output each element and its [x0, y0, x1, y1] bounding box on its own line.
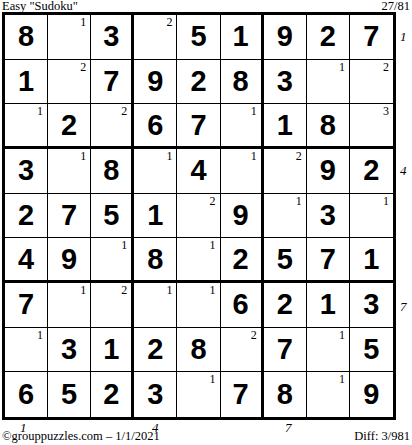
cell-r3c3[interactable]: 2: [91, 104, 134, 149]
given-digit: 8: [277, 380, 293, 409]
cell-r9c6[interactable]: 7: [221, 372, 264, 417]
cell-r2c2[interactable]: 2: [48, 60, 91, 105]
cell-r4c5[interactable]: 4: [177, 149, 220, 194]
given-digit: 2: [18, 201, 34, 230]
cell-r4c1[interactable]: 3: [5, 149, 48, 194]
given-digit: 9: [277, 22, 293, 51]
pencil-mark: 2: [251, 329, 257, 341]
cell-r6c2[interactable]: 9: [48, 238, 91, 283]
cell-r1c3[interactable]: 3: [91, 15, 134, 60]
cell-r6c8[interactable]: 7: [307, 238, 350, 283]
pencil-mark: 1: [166, 150, 172, 162]
given-digit: 2: [320, 22, 336, 51]
given-digit: 5: [190, 22, 206, 51]
given-digit: 9: [233, 201, 249, 230]
cell-r9c8[interactable]: 1: [307, 372, 350, 417]
cell-r8c9[interactable]: 5: [350, 328, 393, 373]
difficulty-text: Diff: 3/981: [354, 430, 410, 443]
pencil-mark: 3: [383, 105, 389, 117]
footer: ©grouppuzzles.com – 1/1/2021 Diff: 3/981: [2, 430, 410, 444]
given-digit: 6: [233, 290, 249, 319]
given-digit: 6: [147, 111, 163, 140]
given-digit: 1: [147, 201, 163, 230]
given-digit: 1: [363, 245, 379, 274]
cell-r4c6[interactable]: 1: [221, 149, 264, 194]
cell-r8c4[interactable]: 2: [134, 328, 177, 373]
cell-r8c8[interactable]: 1: [307, 328, 350, 373]
given-digit: 1: [320, 290, 336, 319]
page-title: Easy "Sudoku": [2, 0, 78, 12]
cell-r7c5[interactable]: 1: [177, 283, 220, 328]
cell-r5c7[interactable]: 1: [264, 194, 307, 239]
pencil-mark: 1: [296, 195, 302, 207]
cell-r8c7[interactable]: 7: [264, 328, 307, 373]
cell-r4c7[interactable]: 2: [264, 149, 307, 194]
cell-r3c9[interactable]: 3: [350, 104, 393, 149]
cell-r2c4[interactable]: 9: [134, 60, 177, 105]
cell-r5c5[interactable]: 2: [177, 194, 220, 239]
cell-r2c1[interactable]: 1: [5, 60, 48, 105]
sudoku-grid[interactable]: 8132519271279283121226711833181412922751…: [2, 12, 396, 420]
given-digit: 7: [103, 67, 119, 96]
cell-r2c8[interactable]: 1: [307, 60, 350, 105]
given-digit: 1: [233, 22, 249, 51]
cell-r5c3[interactable]: 5: [91, 194, 134, 239]
given-digit: 3: [18, 156, 34, 185]
row-band-label-1: 1: [400, 30, 412, 44]
given-digit: 7: [363, 22, 379, 51]
cell-r9c9[interactable]: 9: [350, 372, 393, 417]
cell-r7c3[interactable]: 2: [91, 283, 134, 328]
cell-r1c6[interactable]: 1: [221, 15, 264, 60]
pencil-mark: 1: [80, 16, 86, 28]
cell-r3c2[interactable]: 2: [48, 104, 91, 149]
given-digit: 2: [103, 380, 119, 409]
cell-r8c5[interactable]: 8: [177, 328, 220, 373]
cell-r4c8[interactable]: 9: [307, 149, 350, 194]
given-digit: 8: [147, 245, 163, 274]
pencil-mark: 1: [80, 150, 86, 162]
cell-r9c1[interactable]: 6: [5, 372, 48, 417]
given-digit: 8: [18, 22, 34, 51]
cell-r6c1[interactable]: 4: [5, 238, 48, 283]
cell-r5c1[interactable]: 2: [5, 194, 48, 239]
cell-r1c4[interactable]: 2: [134, 15, 177, 60]
row-band-label-4: 4: [400, 164, 412, 178]
cell-r3c1[interactable]: 1: [5, 104, 48, 149]
given-digit: 8: [233, 67, 249, 96]
given-digit: 3: [147, 380, 163, 409]
cell-r7c8[interactable]: 1: [307, 283, 350, 328]
cell-r5c8[interactable]: 3: [307, 194, 350, 239]
cell-r1c1[interactable]: 8: [5, 15, 48, 60]
cell-r9c4[interactable]: 3: [134, 372, 177, 417]
cell-r3c8[interactable]: 8: [307, 104, 350, 149]
given-digit: 7: [233, 380, 249, 409]
given-digit: 5: [277, 245, 293, 274]
cell-r7c2[interactable]: 1: [48, 283, 91, 328]
pencil-mark: 2: [166, 16, 172, 28]
cell-r3c7[interactable]: 1: [264, 104, 307, 149]
cell-r9c7[interactable]: 8: [264, 372, 307, 417]
cell-r7c1[interactable]: 7: [5, 283, 48, 328]
cell-r8c6[interactable]: 2: [221, 328, 264, 373]
given-digit: 3: [103, 22, 119, 51]
cell-r7c7[interactable]: 2: [264, 283, 307, 328]
given-digit: 4: [18, 245, 34, 274]
given-digit: 2: [233, 245, 249, 274]
given-digit: 2: [190, 67, 206, 96]
pencil-mark: 2: [121, 284, 127, 296]
cell-r1c9[interactable]: 7: [350, 15, 393, 60]
pencil-mark: 1: [210, 373, 216, 385]
pencil-mark: 2: [121, 105, 127, 117]
pencil-mark: 2: [80, 61, 86, 73]
pencil-mark: 1: [80, 284, 86, 296]
sudoku-page: Easy "Sudoku" 27/81 81325192712792831212…: [0, 0, 412, 445]
cell-r9c2[interactable]: 5: [48, 372, 91, 417]
cell-r2c7[interactable]: 3: [264, 60, 307, 105]
pencil-mark: 1: [383, 195, 389, 207]
cell-r5c2[interactable]: 7: [48, 194, 91, 239]
pencil-mark: 2: [383, 61, 389, 73]
cell-r4c9[interactable]: 2: [350, 149, 393, 194]
cell-r3c4[interactable]: 6: [134, 104, 177, 149]
given-digit: 3: [61, 335, 77, 364]
pencil-mark: 2: [296, 150, 302, 162]
given-digit: 2: [61, 111, 77, 140]
pencil-mark: 1: [210, 284, 216, 296]
cell-r2c9[interactable]: 2: [350, 60, 393, 105]
given-digit: 2: [147, 335, 163, 364]
given-digit: 7: [61, 201, 77, 230]
cell-r7c6[interactable]: 6: [221, 283, 264, 328]
given-digit: 1: [18, 67, 34, 96]
pencil-mark: 1: [339, 329, 345, 341]
remaining-counter: 27/81: [382, 0, 410, 12]
cell-r3c5[interactable]: 7: [177, 104, 220, 149]
pencil-mark: 1: [37, 105, 43, 117]
pencil-mark: 1: [251, 150, 257, 162]
cell-r3c6[interactable]: 1: [221, 104, 264, 149]
pencil-mark: 1: [121, 239, 127, 251]
given-digit: 3: [320, 201, 336, 230]
cell-r2c3[interactable]: 7: [91, 60, 134, 105]
given-digit: 8: [320, 111, 336, 140]
given-digit: 2: [277, 290, 293, 319]
given-digit: 7: [18, 290, 34, 319]
cell-r8c3[interactable]: 1: [91, 328, 134, 373]
cell-r6c4[interactable]: 8: [134, 238, 177, 283]
cell-r6c7[interactable]: 5: [264, 238, 307, 283]
cell-r2c5[interactable]: 2: [177, 60, 220, 105]
cell-r4c3[interactable]: 8: [91, 149, 134, 194]
cell-r6c9[interactable]: 1: [350, 238, 393, 283]
cell-r9c5[interactable]: 1: [177, 372, 220, 417]
given-digit: 2: [363, 156, 379, 185]
cell-r4c4[interactable]: 1: [134, 149, 177, 194]
cell-r1c2[interactable]: 1: [48, 15, 91, 60]
given-digit: 3: [363, 290, 379, 319]
header: Easy "Sudoku" 27/81: [2, 0, 410, 12]
cell-r6c5[interactable]: 1: [177, 238, 220, 283]
given-digit: 6: [18, 380, 34, 409]
pencil-mark: 1: [251, 105, 257, 117]
pencil-mark: 1: [166, 284, 172, 296]
given-digit: 5: [61, 380, 77, 409]
pencil-mark: 1: [339, 61, 345, 73]
given-digit: 9: [147, 67, 163, 96]
cell-r8c2[interactable]: 3: [48, 328, 91, 373]
cell-r5c9[interactable]: 1: [350, 194, 393, 239]
given-digit: 5: [363, 335, 379, 364]
cell-r1c8[interactable]: 2: [307, 15, 350, 60]
given-digit: 9: [363, 380, 379, 409]
given-digit: 4: [190, 156, 206, 185]
given-digit: 7: [320, 245, 336, 274]
cell-r6c6[interactable]: 2: [221, 238, 264, 283]
cell-r2c6[interactable]: 8: [221, 60, 264, 105]
cell-r7c9[interactable]: 3: [350, 283, 393, 328]
given-digit: 8: [103, 156, 119, 185]
given-digit: 7: [277, 335, 293, 364]
given-digit: 9: [61, 245, 77, 274]
given-digit: 5: [103, 201, 119, 230]
given-digit: 7: [190, 111, 206, 140]
cell-r5c6[interactable]: 9: [221, 194, 264, 239]
pencil-mark: 2: [210, 195, 216, 207]
given-digit: 3: [277, 67, 293, 96]
given-digit: 1: [103, 335, 119, 364]
cell-r1c7[interactable]: 9: [264, 15, 307, 60]
pencil-mark: 1: [339, 373, 345, 385]
row-band-label-7: 7: [400, 300, 412, 314]
pencil-mark: 1: [210, 239, 216, 251]
cell-r5c4[interactable]: 1: [134, 194, 177, 239]
cell-r8c1[interactable]: 1: [5, 328, 48, 373]
cell-r7c4[interactable]: 1: [134, 283, 177, 328]
cell-r4c2[interactable]: 1: [48, 149, 91, 194]
copyright-text: ©grouppuzzles.com – 1/1/2021: [2, 430, 160, 443]
given-digit: 8: [190, 335, 206, 364]
cell-r9c3[interactable]: 2: [91, 372, 134, 417]
given-digit: 9: [320, 156, 336, 185]
given-digit: 1: [277, 111, 293, 140]
pencil-mark: 1: [37, 329, 43, 341]
cell-r1c5[interactable]: 5: [177, 15, 220, 60]
cell-r6c3[interactable]: 1: [91, 238, 134, 283]
